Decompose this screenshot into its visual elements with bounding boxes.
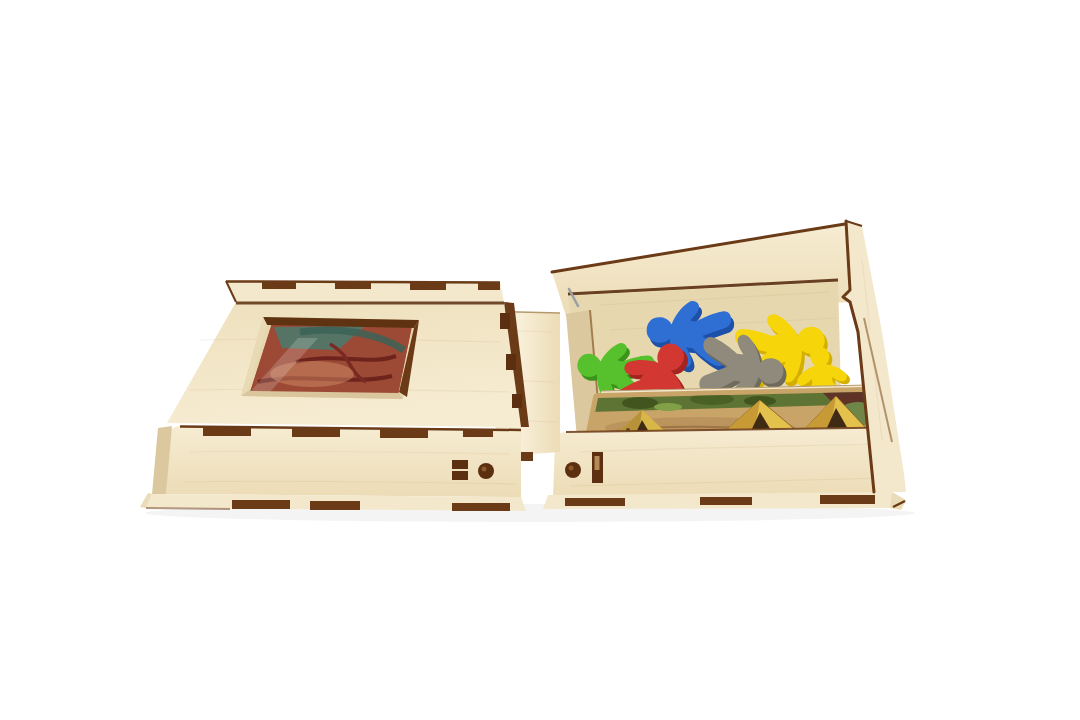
lid-top-face — [167, 302, 529, 427]
clasp-hole-right — [565, 462, 581, 478]
clasp-hole-left — [478, 463, 494, 479]
clasp-slot-left — [452, 460, 468, 469]
lid-window — [241, 317, 419, 399]
product-photo — [0, 0, 1080, 720]
lid-back-wall — [226, 281, 504, 302]
organizer-box-illustration — [0, 0, 1080, 720]
tray-base-plate — [543, 492, 906, 510]
tray-front-wall — [553, 427, 892, 498]
lid-front-wall — [166, 426, 521, 497]
window-tile-dragon-art — [250, 323, 412, 395]
